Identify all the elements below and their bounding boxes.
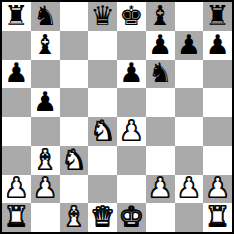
square-e1[interactable]: ♚ [117, 203, 146, 232]
square-d2[interactable] [88, 175, 117, 204]
square-b8[interactable]: ♞ [31, 2, 60, 31]
white-pawn[interactable]: ♟ [119, 117, 143, 144]
square-g5[interactable] [175, 88, 204, 117]
square-g7[interactable]: ♟ [175, 31, 204, 60]
square-a1[interactable]: ♜ [2, 203, 31, 232]
square-a8[interactable]: ♜ [2, 2, 31, 31]
square-d8[interactable]: ♛ [88, 2, 117, 31]
black-pawn[interactable]: ♟ [33, 88, 57, 115]
square-g4[interactable] [175, 117, 204, 146]
square-c5[interactable] [60, 88, 89, 117]
square-g2[interactable]: ♟ [175, 175, 204, 204]
white-king[interactable]: ♚ [119, 203, 143, 230]
black-knight[interactable]: ♞ [33, 2, 57, 29]
white-pawn[interactable]: ♟ [33, 175, 57, 202]
square-c2[interactable] [60, 175, 89, 204]
square-e4[interactable]: ♟ [117, 117, 146, 146]
black-pawn[interactable]: ♟ [4, 60, 28, 87]
square-b1[interactable] [31, 203, 60, 232]
white-pawn[interactable]: ♟ [206, 175, 230, 202]
black-knight[interactable]: ♞ [148, 60, 172, 87]
square-g3[interactable] [175, 146, 204, 175]
square-e2[interactable] [117, 175, 146, 204]
square-e5[interactable] [117, 88, 146, 117]
square-a7[interactable] [2, 31, 31, 60]
square-c7[interactable] [60, 31, 89, 60]
white-queen[interactable]: ♛ [91, 203, 115, 230]
black-bishop[interactable]: ♝ [148, 2, 172, 29]
square-f1[interactable] [146, 203, 175, 232]
square-a5[interactable] [2, 88, 31, 117]
square-f8[interactable]: ♝ [146, 2, 175, 31]
black-rook[interactable]: ♜ [206, 2, 230, 29]
square-f4[interactable] [146, 117, 175, 146]
white-bishop[interactable]: ♝ [33, 146, 57, 173]
white-bishop[interactable]: ♝ [62, 203, 86, 230]
square-d7[interactable] [88, 31, 117, 60]
white-rook[interactable]: ♜ [206, 203, 230, 230]
square-b4[interactable] [31, 117, 60, 146]
white-pawn[interactable]: ♟ [4, 175, 28, 202]
white-pawn[interactable]: ♟ [177, 175, 201, 202]
square-h3[interactable] [203, 146, 232, 175]
square-f7[interactable]: ♟ [146, 31, 175, 60]
square-f5[interactable] [146, 88, 175, 117]
square-a2[interactable]: ♟ [2, 175, 31, 204]
square-d3[interactable] [88, 146, 117, 175]
square-g6[interactable] [175, 60, 204, 89]
square-a3[interactable] [2, 146, 31, 175]
square-f3[interactable] [146, 146, 175, 175]
square-g8[interactable] [175, 2, 204, 31]
square-b2[interactable]: ♟ [31, 175, 60, 204]
square-b5[interactable]: ♟ [31, 88, 60, 117]
white-rook[interactable]: ♜ [4, 203, 28, 230]
square-c4[interactable] [60, 117, 89, 146]
white-pawn[interactable]: ♟ [148, 175, 172, 202]
black-king[interactable]: ♚ [119, 2, 143, 29]
black-pawn[interactable]: ♟ [119, 60, 143, 87]
square-h2[interactable]: ♟ [203, 175, 232, 204]
square-a6[interactable]: ♟ [2, 60, 31, 89]
black-queen[interactable]: ♛ [91, 2, 115, 29]
square-f2[interactable]: ♟ [146, 175, 175, 204]
square-d1[interactable]: ♛ [88, 203, 117, 232]
square-c8[interactable] [60, 2, 89, 31]
square-g1[interactable] [175, 203, 204, 232]
square-h8[interactable]: ♜ [203, 2, 232, 31]
square-a4[interactable] [2, 117, 31, 146]
black-rook[interactable]: ♜ [4, 2, 28, 29]
square-b6[interactable] [31, 60, 60, 89]
square-c1[interactable]: ♝ [60, 203, 89, 232]
square-h5[interactable] [203, 88, 232, 117]
square-h4[interactable] [203, 117, 232, 146]
white-knight[interactable]: ♞ [91, 117, 115, 144]
black-pawn[interactable]: ♟ [206, 31, 230, 58]
square-e3[interactable] [117, 146, 146, 175]
chess-board: ♜♞♛♚♝♜♝♟♟♟♟♟♞♟♞♟♝♞♟♟♟♟♟♜♝♛♚♜ [0, 0, 234, 234]
square-f6[interactable]: ♞ [146, 60, 175, 89]
square-b7[interactable]: ♝ [31, 31, 60, 60]
square-d4[interactable]: ♞ [88, 117, 117, 146]
square-h6[interactable] [203, 60, 232, 89]
square-e8[interactable]: ♚ [117, 2, 146, 31]
square-d6[interactable] [88, 60, 117, 89]
black-bishop[interactable]: ♝ [33, 31, 57, 58]
square-h7[interactable]: ♟ [203, 31, 232, 60]
square-d5[interactable] [88, 88, 117, 117]
square-e6[interactable]: ♟ [117, 60, 146, 89]
square-h1[interactable]: ♜ [203, 203, 232, 232]
square-e7[interactable] [117, 31, 146, 60]
square-c6[interactable] [60, 60, 89, 89]
black-pawn[interactable]: ♟ [177, 31, 201, 58]
white-knight[interactable]: ♞ [62, 146, 86, 173]
square-b3[interactable]: ♝ [31, 146, 60, 175]
black-pawn[interactable]: ♟ [148, 31, 172, 58]
square-c3[interactable]: ♞ [60, 146, 89, 175]
